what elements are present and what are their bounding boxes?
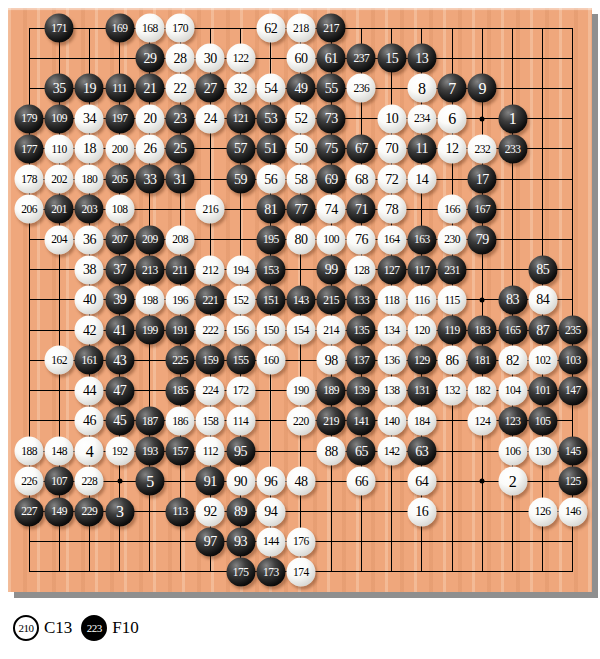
stone-135: 135 xyxy=(347,316,376,345)
stone-68: 68 xyxy=(347,165,376,194)
stone-134: 134 xyxy=(377,316,406,345)
stone-139: 139 xyxy=(347,376,376,405)
star-point xyxy=(117,479,122,484)
stone-233: 233 xyxy=(498,134,527,163)
stone-53: 53 xyxy=(256,104,285,133)
stone-231: 231 xyxy=(438,255,467,284)
stone-214: 214 xyxy=(317,316,346,345)
stone-178: 178 xyxy=(15,165,44,194)
stone-35: 35 xyxy=(45,74,74,103)
stone-221: 221 xyxy=(196,285,225,314)
stone-193: 193 xyxy=(135,437,164,466)
stone-222: 222 xyxy=(196,316,225,345)
stone-145: 145 xyxy=(558,437,587,466)
stone-153: 153 xyxy=(256,255,285,284)
stone-140: 140 xyxy=(377,406,406,435)
stone-225: 225 xyxy=(166,346,195,375)
stone-43: 43 xyxy=(105,346,134,375)
stone-170: 170 xyxy=(166,14,195,43)
stone-218: 218 xyxy=(286,14,315,43)
stone-82: 82 xyxy=(498,346,527,375)
stone-106: 106 xyxy=(498,437,527,466)
stone-49: 49 xyxy=(286,74,315,103)
stone-109: 109 xyxy=(45,104,74,133)
stone-11: 11 xyxy=(407,134,436,163)
stone-48: 48 xyxy=(286,467,315,496)
stone-185: 185 xyxy=(166,376,195,405)
caption: 210C13223F10 xyxy=(13,612,148,644)
stone-184: 184 xyxy=(407,406,436,435)
stone-159: 159 xyxy=(196,346,225,375)
stone-103: 103 xyxy=(558,346,587,375)
caption-stone-223: 223 xyxy=(81,615,107,641)
stone-174: 174 xyxy=(286,557,315,586)
stone-217: 217 xyxy=(317,14,346,43)
stone-5: 5 xyxy=(135,467,164,496)
stone-149: 149 xyxy=(45,497,74,526)
stone-34: 34 xyxy=(75,104,104,133)
stone-50: 50 xyxy=(286,134,315,163)
stone-212: 212 xyxy=(196,255,225,284)
stone-224: 224 xyxy=(196,376,225,405)
stone-160: 160 xyxy=(256,346,285,375)
stone-118: 118 xyxy=(377,285,406,314)
stone-4: 4 xyxy=(75,437,104,466)
stone-111: 111 xyxy=(105,74,134,103)
stone-147: 147 xyxy=(558,376,587,405)
stone-152: 152 xyxy=(226,285,255,314)
stone-192: 192 xyxy=(105,437,134,466)
stone-156: 156 xyxy=(226,316,255,345)
stone-204: 204 xyxy=(45,225,74,254)
stone-18: 18 xyxy=(75,134,104,163)
caption-coord-F10: F10 xyxy=(112,618,138,638)
stone-177: 177 xyxy=(15,134,44,163)
stone-213: 213 xyxy=(135,255,164,284)
stone-31: 31 xyxy=(166,165,195,194)
stone-229: 229 xyxy=(75,497,104,526)
stone-22: 22 xyxy=(166,74,195,103)
stone-136: 136 xyxy=(377,346,406,375)
stone-230: 230 xyxy=(438,225,467,254)
stone-158: 158 xyxy=(196,406,225,435)
stone-163: 163 xyxy=(407,225,436,254)
caption-stone-210: 210 xyxy=(13,615,39,641)
stone-124: 124 xyxy=(468,406,497,435)
caption-coord-C13: C13 xyxy=(44,618,72,638)
stone-21: 21 xyxy=(135,74,164,103)
stone-71: 71 xyxy=(347,195,376,224)
stone-44: 44 xyxy=(75,376,104,405)
stone-64: 64 xyxy=(407,467,436,496)
stone-97: 97 xyxy=(196,527,225,556)
stone-157: 157 xyxy=(166,437,195,466)
stone-36: 36 xyxy=(75,225,104,254)
stone-122: 122 xyxy=(226,44,255,73)
stone-105: 105 xyxy=(528,406,557,435)
star-point xyxy=(480,479,485,484)
stone-76: 76 xyxy=(347,225,376,254)
stone-85: 85 xyxy=(528,255,557,284)
stone-186: 186 xyxy=(166,406,195,435)
stone-232: 232 xyxy=(468,134,497,163)
stone-12: 12 xyxy=(438,134,467,163)
stone-237: 237 xyxy=(347,44,376,73)
stone-3: 3 xyxy=(105,497,134,526)
stone-17: 17 xyxy=(468,165,497,194)
stone-72: 72 xyxy=(377,165,406,194)
stone-148: 148 xyxy=(45,437,74,466)
stone-173: 173 xyxy=(256,557,285,586)
stone-181: 181 xyxy=(468,346,497,375)
stone-16: 16 xyxy=(407,497,436,526)
stone-168: 168 xyxy=(135,14,164,43)
stone-70: 70 xyxy=(377,134,406,163)
stone-215: 215 xyxy=(317,285,346,314)
stone-176: 176 xyxy=(286,527,315,556)
stone-180: 180 xyxy=(75,165,104,194)
stone-123: 123 xyxy=(498,406,527,435)
stone-144: 144 xyxy=(256,527,285,556)
stone-172: 172 xyxy=(226,376,255,405)
stone-74: 74 xyxy=(317,195,346,224)
stone-207: 207 xyxy=(105,225,134,254)
stone-14: 14 xyxy=(407,165,436,194)
stone-86: 86 xyxy=(438,346,467,375)
stone-175: 175 xyxy=(226,557,255,586)
stone-129: 129 xyxy=(407,346,436,375)
go-board: 1711691681706221821729283012260612371513… xyxy=(8,8,592,592)
stone-8: 8 xyxy=(407,74,436,103)
stone-101: 101 xyxy=(528,376,557,405)
stone-116: 116 xyxy=(407,285,436,314)
stone-119: 119 xyxy=(438,316,467,345)
stone-104: 104 xyxy=(498,376,527,405)
stone-60: 60 xyxy=(286,44,315,73)
stone-226: 226 xyxy=(15,467,44,496)
stone-187: 187 xyxy=(135,406,164,435)
stone-59: 59 xyxy=(226,165,255,194)
stone-141: 141 xyxy=(347,406,376,435)
stone-56: 56 xyxy=(256,165,285,194)
stone-67: 67 xyxy=(347,134,376,163)
stone-195: 195 xyxy=(256,225,285,254)
stone-30: 30 xyxy=(196,44,225,73)
stone-20: 20 xyxy=(135,104,164,133)
stone-57: 57 xyxy=(226,134,255,163)
stone-182: 182 xyxy=(468,376,497,405)
stone-51: 51 xyxy=(256,134,285,163)
stone-150: 150 xyxy=(256,316,285,345)
stone-235: 235 xyxy=(558,316,587,345)
stone-166: 166 xyxy=(438,195,467,224)
stone-26: 26 xyxy=(135,134,164,163)
stone-27: 27 xyxy=(196,74,225,103)
stone-15: 15 xyxy=(377,44,406,73)
stone-113: 113 xyxy=(166,497,195,526)
stone-196: 196 xyxy=(166,285,195,314)
stone-117: 117 xyxy=(407,255,436,284)
stone-1: 1 xyxy=(498,104,527,133)
stone-169: 169 xyxy=(105,14,134,43)
stone-88: 88 xyxy=(317,437,346,466)
stone-29: 29 xyxy=(135,44,164,73)
stone-99: 99 xyxy=(317,255,346,284)
stone-41: 41 xyxy=(105,316,134,345)
stone-63: 63 xyxy=(407,437,436,466)
stone-62: 62 xyxy=(256,14,285,43)
stone-151: 151 xyxy=(256,285,285,314)
stone-236: 236 xyxy=(347,74,376,103)
stone-211: 211 xyxy=(166,255,195,284)
stone-37: 37 xyxy=(105,255,134,284)
stone-155: 155 xyxy=(226,346,255,375)
stone-202: 202 xyxy=(45,165,74,194)
stone-143: 143 xyxy=(286,285,315,314)
stone-100: 100 xyxy=(317,225,346,254)
stone-128: 128 xyxy=(347,255,376,284)
stone-188: 188 xyxy=(15,437,44,466)
stone-121: 121 xyxy=(226,104,255,133)
stone-127: 127 xyxy=(377,255,406,284)
stone-58: 58 xyxy=(286,165,315,194)
stone-203: 203 xyxy=(75,195,104,224)
stone-75: 75 xyxy=(317,134,346,163)
stone-183: 183 xyxy=(468,316,497,345)
stone-73: 73 xyxy=(317,104,346,133)
stone-114: 114 xyxy=(226,406,255,435)
stone-120: 120 xyxy=(407,316,436,345)
stone-198: 198 xyxy=(135,285,164,314)
stone-2: 2 xyxy=(498,467,527,496)
stone-19: 19 xyxy=(75,74,104,103)
stone-40: 40 xyxy=(75,285,104,314)
stone-107: 107 xyxy=(45,467,74,496)
stone-208: 208 xyxy=(166,225,195,254)
stone-91: 91 xyxy=(196,467,225,496)
stone-13: 13 xyxy=(407,44,436,73)
stone-126: 126 xyxy=(528,497,557,526)
stone-84: 84 xyxy=(528,285,557,314)
stone-154: 154 xyxy=(286,316,315,345)
stone-81: 81 xyxy=(256,195,285,224)
stone-234: 234 xyxy=(407,104,436,133)
stone-24: 24 xyxy=(196,104,225,133)
stone-93: 93 xyxy=(226,527,255,556)
stone-189: 189 xyxy=(317,376,346,405)
stone-108: 108 xyxy=(105,195,134,224)
stone-199: 199 xyxy=(135,316,164,345)
stone-66: 66 xyxy=(347,467,376,496)
stone-94: 94 xyxy=(256,497,285,526)
stone-38: 38 xyxy=(75,255,104,284)
stone-171: 171 xyxy=(45,14,74,43)
stone-115: 115 xyxy=(438,285,467,314)
stone-162: 162 xyxy=(45,346,74,375)
stone-92: 92 xyxy=(196,497,225,526)
stone-77: 77 xyxy=(286,195,315,224)
stone-201: 201 xyxy=(45,195,74,224)
stone-33: 33 xyxy=(135,165,164,194)
stone-161: 161 xyxy=(75,346,104,375)
stone-9: 9 xyxy=(468,74,497,103)
stone-6: 6 xyxy=(438,104,467,133)
stone-25: 25 xyxy=(166,134,195,163)
stone-205: 205 xyxy=(105,165,134,194)
stone-32: 32 xyxy=(226,74,255,103)
stone-95: 95 xyxy=(226,437,255,466)
stone-197: 197 xyxy=(105,104,134,133)
stone-87: 87 xyxy=(528,316,557,345)
stone-47: 47 xyxy=(105,376,134,405)
stone-90: 90 xyxy=(226,467,255,496)
stone-137: 137 xyxy=(347,346,376,375)
stone-167: 167 xyxy=(468,195,497,224)
star-point xyxy=(480,297,485,302)
stone-110: 110 xyxy=(45,134,74,163)
stone-191: 191 xyxy=(166,316,195,345)
stone-102: 102 xyxy=(528,346,557,375)
stone-130: 130 xyxy=(528,437,557,466)
stone-7: 7 xyxy=(438,74,467,103)
stone-23: 23 xyxy=(166,104,195,133)
stone-133: 133 xyxy=(347,285,376,314)
stone-138: 138 xyxy=(377,376,406,405)
stone-194: 194 xyxy=(226,255,255,284)
stone-28: 28 xyxy=(166,44,195,73)
stone-227: 227 xyxy=(15,497,44,526)
stone-10: 10 xyxy=(377,104,406,133)
stone-69: 69 xyxy=(317,165,346,194)
stone-216: 216 xyxy=(196,195,225,224)
stone-146: 146 xyxy=(558,497,587,526)
stone-78: 78 xyxy=(377,195,406,224)
stone-220: 220 xyxy=(286,406,315,435)
stone-132: 132 xyxy=(438,376,467,405)
stone-79: 79 xyxy=(468,225,497,254)
stone-142: 142 xyxy=(377,437,406,466)
stone-200: 200 xyxy=(105,134,134,163)
stone-65: 65 xyxy=(347,437,376,466)
stone-96: 96 xyxy=(256,467,285,496)
stone-45: 45 xyxy=(105,406,134,435)
star-point xyxy=(480,116,485,121)
stone-52: 52 xyxy=(286,104,315,133)
stone-98: 98 xyxy=(317,346,346,375)
stone-209: 209 xyxy=(135,225,164,254)
stone-39: 39 xyxy=(105,285,134,314)
stone-228: 228 xyxy=(75,467,104,496)
stone-164: 164 xyxy=(377,225,406,254)
stone-219: 219 xyxy=(317,406,346,435)
stone-190: 190 xyxy=(286,376,315,405)
stone-55: 55 xyxy=(317,74,346,103)
stone-46: 46 xyxy=(75,406,104,435)
stone-89: 89 xyxy=(226,497,255,526)
stone-131: 131 xyxy=(407,376,436,405)
stone-165: 165 xyxy=(498,316,527,345)
stone-42: 42 xyxy=(75,316,104,345)
stone-54: 54 xyxy=(256,74,285,103)
stone-80: 80 xyxy=(286,225,315,254)
stone-179: 179 xyxy=(15,104,44,133)
stone-112: 112 xyxy=(196,437,225,466)
stone-206: 206 xyxy=(15,195,44,224)
stone-83: 83 xyxy=(498,285,527,314)
stone-61: 61 xyxy=(317,44,346,73)
stone-125: 125 xyxy=(558,467,587,496)
